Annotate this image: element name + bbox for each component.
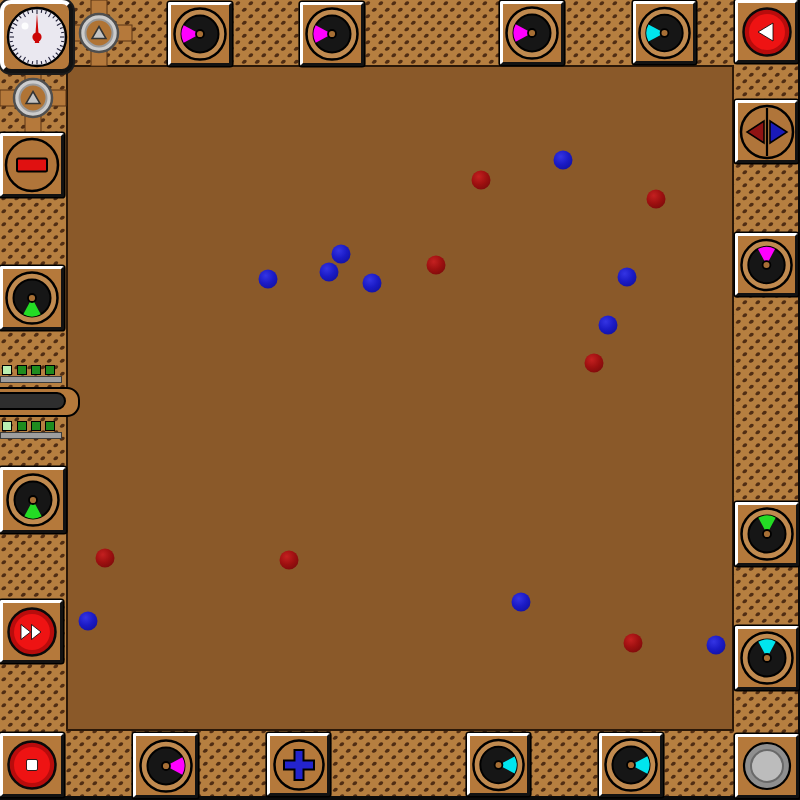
direction-toggle[interactable] — [735, 100, 798, 163]
dial-right-2[interactable] — [735, 502, 799, 566]
dial-top-1[interactable] — [168, 2, 232, 66]
dial-top-4[interactable] — [633, 1, 696, 64]
fast-forward-button[interactable] — [0, 600, 63, 663]
speed-slider[interactable] — [0, 387, 80, 417]
slider-handle[interactable] — [0, 392, 66, 410]
dial-left-1[interactable] — [0, 266, 64, 330]
dial-bottom-1[interactable] — [133, 733, 198, 798]
blank-button[interactable] — [735, 734, 799, 798]
dial-top-3[interactable] — [500, 1, 564, 65]
back-button[interactable] — [735, 0, 798, 63]
dial-bottom-3[interactable] — [599, 733, 663, 797]
stop-button[interactable] — [0, 733, 64, 797]
dial-bottom-2[interactable] — [467, 733, 530, 796]
arrow-button-left[interactable] — [12, 77, 54, 119]
plus-button[interactable] — [267, 733, 330, 796]
dial-top-2[interactable] — [300, 2, 364, 66]
stop-icon — [27, 760, 38, 771]
minus-icon — [17, 159, 47, 172]
frame-texture — [0, 0, 800, 800]
dial-left-2[interactable] — [0, 467, 66, 533]
dial-right-3[interactable] — [735, 626, 799, 690]
pressure-gauge — [0, 0, 73, 73]
arrow-button-top[interactable] — [78, 12, 120, 54]
machine-board — [0, 0, 800, 800]
bottom-edge — [0, 796, 800, 800]
play-field[interactable] — [67, 66, 733, 730]
minus-button[interactable] — [0, 133, 64, 197]
dial-right-1[interactable] — [735, 233, 798, 296]
